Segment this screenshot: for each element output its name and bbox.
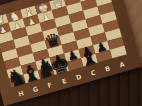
file-label-f: F [47,81,53,90]
file-label-e: E [61,77,67,86]
file-label-c: C [90,69,97,78]
chess-photo-scene: HGFEDCBA♞♝♞♚♝♛♟♟♟♟♟♜♞♝♚♛♟♟♟♟ [0,0,142,106]
file-label-g: G [32,85,39,94]
file-label-d: D [75,73,82,82]
file-label-b: B [104,65,111,74]
file-label-h: H [17,89,24,98]
piece-white-queen-d1: ♛ [51,0,65,11]
file-label-a: A [119,60,126,69]
